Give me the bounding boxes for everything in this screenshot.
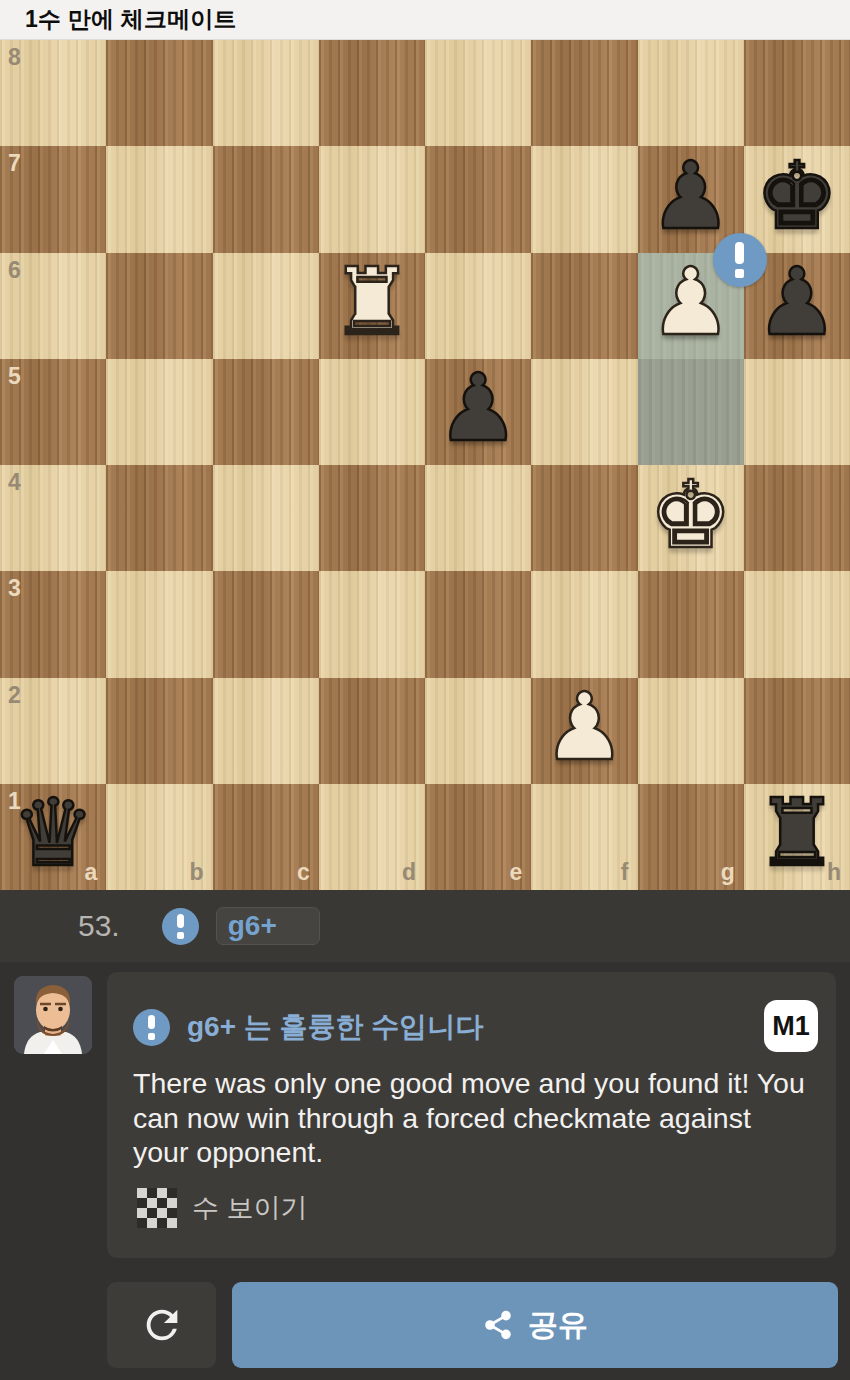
rank-label-6: 6 bbox=[8, 257, 21, 284]
black-king-h7: ♚ bbox=[744, 143, 850, 249]
share-icon bbox=[482, 1309, 514, 1341]
square-h5[interactable] bbox=[744, 359, 850, 465]
comment-body: There was only one good move and you fou… bbox=[133, 1066, 805, 1170]
square-g5[interactable] bbox=[638, 359, 744, 465]
square-d2[interactable] bbox=[319, 678, 425, 784]
square-c5[interactable] bbox=[213, 359, 319, 465]
square-b5[interactable] bbox=[106, 359, 212, 465]
square-f2[interactable]: ♟ bbox=[531, 678, 637, 784]
refresh-icon bbox=[139, 1302, 185, 1348]
square-d8[interactable] bbox=[319, 40, 425, 146]
square-b2[interactable] bbox=[106, 678, 212, 784]
rank-label-5: 5 bbox=[8, 363, 21, 390]
square-b1[interactable]: b bbox=[106, 784, 212, 890]
square-a7[interactable]: 7 bbox=[0, 146, 106, 252]
square-a2[interactable]: 2 bbox=[0, 678, 106, 784]
checkerboard-icon bbox=[137, 1188, 177, 1228]
rank-label-3: 3 bbox=[8, 575, 21, 602]
square-e2[interactable] bbox=[425, 678, 531, 784]
square-g6[interactable]: ♟ bbox=[638, 253, 744, 359]
black-pawn-g7: ♟ bbox=[638, 143, 744, 249]
square-g2[interactable] bbox=[638, 678, 744, 784]
excellent-move-badge bbox=[713, 233, 767, 287]
square-e6[interactable] bbox=[425, 253, 531, 359]
coach-comment-panel: g6+ 는 훌륭한 수입니다 M1 There was only one goo… bbox=[107, 972, 836, 1258]
white-king-g4: ♚ bbox=[638, 462, 744, 568]
square-e1[interactable]: e bbox=[425, 784, 531, 890]
share-button[interactable]: 공유 bbox=[232, 1282, 838, 1368]
move-number: 53. bbox=[78, 909, 120, 943]
rank-label-2: 2 bbox=[8, 682, 21, 709]
square-a8[interactable]: 8 bbox=[0, 40, 106, 146]
file-label-h: h bbox=[827, 859, 841, 886]
file-label-f: f bbox=[621, 859, 629, 886]
white-rook-d6: ♜ bbox=[319, 250, 425, 356]
file-label-g: g bbox=[721, 859, 735, 886]
white-pawn-f2: ♟ bbox=[531, 675, 637, 781]
square-h3[interactable] bbox=[744, 571, 850, 677]
square-e4[interactable] bbox=[425, 465, 531, 571]
square-d3[interactable] bbox=[319, 571, 425, 677]
rank-label-8: 8 bbox=[8, 44, 21, 71]
chess-board: 87♟♚6♜♟♟5♟4♚32♟1a♛bcdefgh♜ bbox=[0, 40, 850, 890]
rank-label-1: 1 bbox=[8, 788, 21, 815]
square-g4[interactable]: ♚ bbox=[638, 465, 744, 571]
square-e3[interactable] bbox=[425, 571, 531, 677]
square-a4[interactable]: 4 bbox=[0, 465, 106, 571]
title-bar: 1수 만에 체크메이트 bbox=[0, 0, 850, 40]
square-g1[interactable]: g bbox=[638, 784, 744, 890]
square-d1[interactable]: d bbox=[319, 784, 425, 890]
square-h2[interactable] bbox=[744, 678, 850, 784]
comment-header: g6+ 는 훌륭한 수입니다 bbox=[133, 1008, 746, 1046]
square-b3[interactable] bbox=[106, 571, 212, 677]
coach-avatar-illustration bbox=[14, 976, 92, 1054]
square-c1[interactable]: c bbox=[213, 784, 319, 890]
square-f4[interactable] bbox=[531, 465, 637, 571]
move-bar: 53. g6+ bbox=[0, 890, 850, 962]
square-f1[interactable]: f bbox=[531, 784, 637, 890]
file-label-c: c bbox=[297, 859, 310, 886]
rank-label-4: 4 bbox=[8, 469, 21, 496]
square-f5[interactable] bbox=[531, 359, 637, 465]
square-c2[interactable] bbox=[213, 678, 319, 784]
square-h7[interactable]: ♚ bbox=[744, 146, 850, 252]
mate-in-one-badge: M1 bbox=[764, 1000, 818, 1052]
move-text: g6+ bbox=[217, 910, 277, 942]
square-c6[interactable] bbox=[213, 253, 319, 359]
square-b6[interactable] bbox=[106, 253, 212, 359]
square-a3[interactable]: 3 bbox=[0, 571, 106, 677]
square-c3[interactable] bbox=[213, 571, 319, 677]
comment-headline: g6+ 는 훌륭한 수입니다 bbox=[187, 1008, 483, 1046]
square-d7[interactable] bbox=[319, 146, 425, 252]
coach-comment-section: g6+ 는 훌륭한 수입니다 M1 There was only one goo… bbox=[0, 962, 850, 1380]
coach-avatar bbox=[14, 976, 92, 1054]
square-f8[interactable] bbox=[531, 40, 637, 146]
square-e7[interactable] bbox=[425, 146, 531, 252]
show-moves-button[interactable]: 수 보이기 bbox=[137, 1188, 308, 1228]
square-c4[interactable] bbox=[213, 465, 319, 571]
square-b8[interactable] bbox=[106, 40, 212, 146]
file-label-d: d bbox=[402, 859, 416, 886]
excellent-move-icon bbox=[133, 1009, 170, 1046]
square-b4[interactable] bbox=[106, 465, 212, 571]
square-h8[interactable] bbox=[744, 40, 850, 146]
square-e5[interactable]: ♟ bbox=[425, 359, 531, 465]
retry-button[interactable] bbox=[107, 1282, 216, 1368]
square-f3[interactable] bbox=[531, 571, 637, 677]
share-label: 공유 bbox=[528, 1305, 588, 1346]
rank-label-7: 7 bbox=[8, 150, 21, 177]
square-e8[interactable] bbox=[425, 40, 531, 146]
square-d5[interactable] bbox=[319, 359, 425, 465]
square-g8[interactable] bbox=[638, 40, 744, 146]
file-label-e: e bbox=[509, 859, 522, 886]
square-a1[interactable]: 1a♛ bbox=[0, 784, 106, 890]
square-h4[interactable] bbox=[744, 465, 850, 571]
excellent-move-icon bbox=[162, 908, 199, 945]
square-a5[interactable]: 5 bbox=[0, 359, 106, 465]
move-pill[interactable]: g6+ bbox=[216, 907, 320, 945]
square-g3[interactable] bbox=[638, 571, 744, 677]
square-f7[interactable] bbox=[531, 146, 637, 252]
screen: 1수 만에 체크메이트 87♟♚6♜♟♟5♟4♚32♟1a♛bcdefgh♜ 5… bbox=[0, 0, 850, 1380]
square-b7[interactable] bbox=[106, 146, 212, 252]
page-title: 1수 만에 체크메이트 bbox=[0, 0, 850, 38]
square-d4[interactable] bbox=[319, 465, 425, 571]
black-pawn-e5: ♟ bbox=[425, 356, 531, 462]
square-a6[interactable]: 6 bbox=[0, 253, 106, 359]
file-label-b: b bbox=[189, 859, 203, 886]
square-c7[interactable] bbox=[213, 146, 319, 252]
square-c8[interactable] bbox=[213, 40, 319, 146]
show-moves-label: 수 보이기 bbox=[192, 1190, 308, 1226]
square-f6[interactable] bbox=[531, 253, 637, 359]
square-d6[interactable]: ♜ bbox=[319, 253, 425, 359]
file-label-a: a bbox=[84, 859, 97, 886]
square-h1[interactable]: h♜ bbox=[744, 784, 850, 890]
